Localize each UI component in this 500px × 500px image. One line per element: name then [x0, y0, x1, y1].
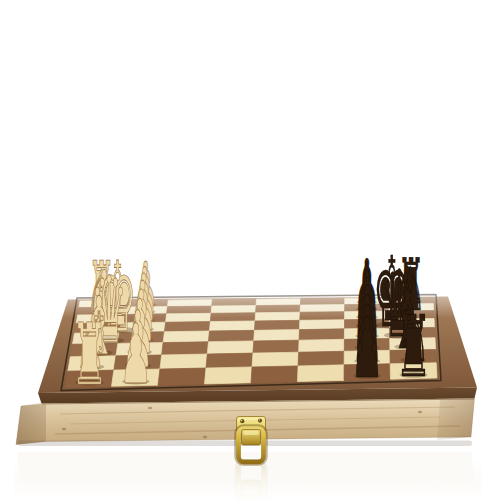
square-d4[interactable]: [208, 330, 254, 341]
wood-knot: [418, 411, 422, 413]
square-a5[interactable]: [251, 366, 298, 383]
square-c6[interactable]: [299, 339, 345, 352]
piece-bp-a7[interactable]: ♟: [351, 301, 384, 397]
piece-br-a8[interactable]: ♜: [395, 297, 432, 396]
square-b6[interactable]: [298, 351, 344, 366]
square-d6[interactable]: [299, 329, 344, 340]
square-b4[interactable]: [206, 353, 253, 368]
square-a3[interactable]: [158, 368, 206, 385]
wood-knot: [148, 407, 152, 409]
square-e6[interactable]: [299, 320, 344, 330]
piece-wr-a1[interactable]: ♜: [71, 305, 108, 404]
square-e3[interactable]: [164, 322, 210, 332]
square-c3[interactable]: [162, 342, 209, 355]
square-b5[interactable]: [252, 352, 299, 367]
tabletop-reflection: [14, 443, 482, 500]
chess-photo-canvas: ♜♟♟♜♞♟♟♞♝♟♟♝♚♟♟♚♛♟♟♛♝♟♟♝♞♟♟♞♜♟♟♜: [0, 0, 500, 500]
square-d3[interactable]: [163, 331, 209, 343]
square-e5[interactable]: [254, 320, 299, 330]
wood-knot: [62, 428, 66, 430]
piece-wp-a2[interactable]: ♟: [119, 306, 152, 402]
square-a4[interactable]: [205, 367, 253, 384]
square-c4[interactable]: [207, 341, 253, 354]
square-c5[interactable]: [253, 340, 299, 353]
square-b3[interactable]: [160, 354, 207, 369]
square-e4[interactable]: [209, 321, 255, 331]
square-d5[interactable]: [254, 330, 300, 341]
square-a6[interactable]: [298, 365, 345, 382]
chess-set-scene: ♜♟♟♜♞♟♟♞♝♟♟♝♚♟♟♚♛♟♟♛♝♟♟♝♞♟♟♞♜♟♟♜: [0, 0, 500, 500]
wood-knot: [203, 436, 207, 438]
